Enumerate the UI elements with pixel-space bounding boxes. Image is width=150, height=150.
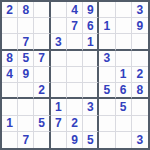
cell-r6c1[interactable]	[2, 83, 18, 99]
cell-r7c2[interactable]	[18, 99, 34, 115]
cell-r3c2[interactable]: 7	[18, 34, 34, 50]
cell-r6c8[interactable]: 6	[116, 83, 132, 99]
cell-r4c9[interactable]	[132, 51, 148, 67]
cell-r5c2[interactable]: 9	[18, 67, 34, 83]
cell-r3c7[interactable]	[99, 34, 115, 50]
cell-r7c5[interactable]	[67, 99, 83, 115]
cell-r1c9[interactable]: 3	[132, 2, 148, 18]
cell-r9c1[interactable]	[2, 132, 18, 148]
cell-r2c6[interactable]: 6	[83, 18, 99, 34]
cell-r4c5[interactable]	[67, 51, 83, 67]
cell-r9c9[interactable]: 3	[132, 132, 148, 148]
cell-r1c1[interactable]: 2	[2, 2, 18, 18]
cell-r8c1[interactable]: 1	[2, 116, 18, 132]
cell-r5c8[interactable]: 1	[116, 67, 132, 83]
cell-r1c8[interactable]	[116, 2, 132, 18]
cell-r3c3[interactable]	[34, 34, 50, 50]
cell-r5c5[interactable]	[67, 67, 83, 83]
cell-r1c5[interactable]: 4	[67, 2, 83, 18]
cell-r2c7[interactable]: 1	[99, 18, 115, 34]
cell-r1c4[interactable]	[51, 2, 67, 18]
cell-r3c8[interactable]	[116, 34, 132, 50]
cell-r3c6[interactable]: 1	[83, 34, 99, 50]
cell-r1c6[interactable]: 9	[83, 2, 99, 18]
cell-r7c1[interactable]	[2, 99, 18, 115]
sudoku-board: 28493761973185734912256813515727953	[0, 0, 150, 150]
cell-r1c7[interactable]	[99, 2, 115, 18]
cell-r9c3[interactable]	[34, 132, 50, 148]
cell-r8c2[interactable]	[18, 116, 34, 132]
cell-r2c8[interactable]	[116, 18, 132, 34]
cell-r5c3[interactable]	[34, 67, 50, 83]
cell-r6c7[interactable]: 5	[99, 83, 115, 99]
cell-r6c6[interactable]	[83, 83, 99, 99]
cell-r9c5[interactable]: 9	[67, 132, 83, 148]
cell-r4c7[interactable]: 3	[99, 51, 115, 67]
cell-r8c9[interactable]	[132, 116, 148, 132]
cell-r5c9[interactable]: 2	[132, 67, 148, 83]
cell-r9c8[interactable]	[116, 132, 132, 148]
cell-r2c4[interactable]	[51, 18, 67, 34]
cell-r1c2[interactable]: 8	[18, 2, 34, 18]
cell-r6c3[interactable]: 2	[34, 83, 50, 99]
cell-r3c9[interactable]	[132, 34, 148, 50]
cell-r5c6[interactable]	[83, 67, 99, 83]
cell-r4c6[interactable]	[83, 51, 99, 67]
cell-r6c4[interactable]	[51, 83, 67, 99]
cell-r4c2[interactable]: 5	[18, 51, 34, 67]
cell-r2c2[interactable]	[18, 18, 34, 34]
cell-r9c6[interactable]: 5	[83, 132, 99, 148]
cell-r4c1[interactable]: 8	[2, 51, 18, 67]
cell-r2c9[interactable]: 9	[132, 18, 148, 34]
cell-r6c2[interactable]	[18, 83, 34, 99]
cell-r8c4[interactable]: 7	[51, 116, 67, 132]
cell-r3c1[interactable]	[2, 34, 18, 50]
cell-r7c6[interactable]: 3	[83, 99, 99, 115]
cell-r1c3[interactable]	[34, 2, 50, 18]
cell-r7c3[interactable]	[34, 99, 50, 115]
cell-r9c7[interactable]	[99, 132, 115, 148]
cell-r4c8[interactable]	[116, 51, 132, 67]
cell-r2c1[interactable]	[2, 18, 18, 34]
cell-r8c6[interactable]	[83, 116, 99, 132]
cell-r3c5[interactable]	[67, 34, 83, 50]
cell-r9c4[interactable]	[51, 132, 67, 148]
cell-r7c4[interactable]: 1	[51, 99, 67, 115]
cell-r7c7[interactable]	[99, 99, 115, 115]
cell-r4c4[interactable]	[51, 51, 67, 67]
cell-r7c8[interactable]: 5	[116, 99, 132, 115]
cell-r8c8[interactable]	[116, 116, 132, 132]
cell-r6c9[interactable]: 8	[132, 83, 148, 99]
cell-r4c3[interactable]: 7	[34, 51, 50, 67]
cell-r2c5[interactable]: 7	[67, 18, 83, 34]
cell-r5c7[interactable]	[99, 67, 115, 83]
cell-r5c1[interactable]: 4	[2, 67, 18, 83]
cell-r8c5[interactable]: 2	[67, 116, 83, 132]
cell-r9c2[interactable]: 7	[18, 132, 34, 148]
cell-r7c9[interactable]	[132, 99, 148, 115]
cell-r3c4[interactable]: 3	[51, 34, 67, 50]
cell-r6c5[interactable]	[67, 83, 83, 99]
cell-r5c4[interactable]	[51, 67, 67, 83]
cell-r8c3[interactable]: 5	[34, 116, 50, 132]
cell-r2c3[interactable]	[34, 18, 50, 34]
cell-r8c7[interactable]	[99, 116, 115, 132]
